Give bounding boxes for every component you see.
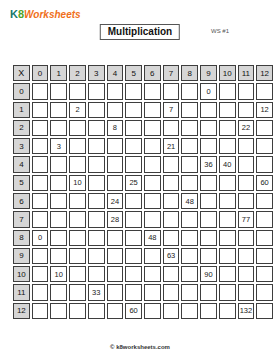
col-header-3: 3 xyxy=(88,65,105,81)
grid-cell-r2-c3 xyxy=(88,120,105,136)
grid-cell-r3-c5 xyxy=(125,138,142,154)
grid-cell-r0-c12 xyxy=(256,83,273,99)
grid-cell-r7-c11: 77 xyxy=(238,211,255,227)
grid-cell-r3-c4 xyxy=(107,138,124,154)
grid-cell-r12-c10 xyxy=(219,303,236,319)
grid-cell-r5-c12: 60 xyxy=(256,175,273,191)
grid-cell-r8-c0: 0 xyxy=(32,230,49,246)
grid-cell-r12-c7 xyxy=(163,303,180,319)
logo-worksheets-text: Worksheets xyxy=(24,9,81,20)
grid-cell-r12-c4 xyxy=(107,303,124,319)
grid-cell-r9-c10 xyxy=(219,248,236,264)
grid-cell-r4-c5 xyxy=(125,156,142,172)
grid-cell-r7-c0 xyxy=(32,211,49,227)
grid-cell-r5-c3 xyxy=(88,175,105,191)
grid-cell-r2-c9 xyxy=(200,120,217,136)
row-header-4: 4 xyxy=(13,156,30,172)
grid-cell-r2-c6 xyxy=(144,120,161,136)
grid-cell-r1-c12: 12 xyxy=(256,102,273,118)
grid-cell-r0-c0 xyxy=(32,83,49,99)
grid-cell-r7-c12 xyxy=(256,211,273,227)
col-header-11: 11 xyxy=(238,65,255,81)
grid-cell-r2-c11: 22 xyxy=(238,120,255,136)
grid-cell-r1-c4 xyxy=(107,102,124,118)
grid-cell-r11-c6 xyxy=(144,284,161,300)
col-header-9: 9 xyxy=(200,65,217,81)
grid-cell-r3-c2 xyxy=(69,138,86,154)
grid-cell-r1-c3 xyxy=(88,102,105,118)
grid-cell-r2-c7 xyxy=(163,120,180,136)
grid-cell-r0-c3 xyxy=(88,83,105,99)
grid-cell-r8-c4 xyxy=(107,230,124,246)
grid-cell-r10-c4 xyxy=(107,266,124,282)
grid-cell-r9-c3 xyxy=(88,248,105,264)
grid-cell-r6-c0 xyxy=(32,193,49,209)
grid-cell-r3-c12 xyxy=(256,138,273,154)
grid-cell-r8-c12 xyxy=(256,230,273,246)
grid-cell-r7-c1 xyxy=(50,211,67,227)
grid-cell-r7-c4: 28 xyxy=(107,211,124,227)
grid-cell-r3-c1: 3 xyxy=(50,138,67,154)
logo-letter-k: K xyxy=(10,8,18,20)
grid-cell-r2-c10 xyxy=(219,120,236,136)
col-header-7: 7 xyxy=(163,65,180,81)
grid-cell-r4-c4 xyxy=(107,156,124,172)
row-header-2: 2 xyxy=(13,120,30,136)
grid-cell-r5-c9 xyxy=(200,175,217,191)
grid-cell-r3-c8 xyxy=(181,138,198,154)
grid-cell-r6-c2 xyxy=(69,193,86,209)
worksheet-title: Multiplication xyxy=(100,24,180,40)
grid-cell-r9-c0 xyxy=(32,248,49,264)
col-header-6: 6 xyxy=(144,65,161,81)
row-header-11: 11 xyxy=(13,284,30,300)
col-header-12: 12 xyxy=(256,65,273,81)
grid-cell-r9-c5 xyxy=(125,248,142,264)
grid-cell-r11-c3: 33 xyxy=(88,284,105,300)
col-header-4: 4 xyxy=(107,65,124,81)
grid-cell-r9-c12 xyxy=(256,248,273,264)
grid-cell-r4-c11 xyxy=(238,156,255,172)
grid-cell-r11-c9 xyxy=(200,284,217,300)
grid-cell-r5-c11 xyxy=(238,175,255,191)
grid-cell-r1-c8 xyxy=(181,102,198,118)
grid-cell-r1-c7: 7 xyxy=(163,102,180,118)
grid-cell-r2-c5 xyxy=(125,120,142,136)
grid-cell-r12-c3 xyxy=(88,303,105,319)
grid-cell-r5-c6 xyxy=(144,175,161,191)
grid-cell-r7-c2 xyxy=(69,211,86,227)
row-header-0: 0 xyxy=(13,83,30,99)
row-header-7: 7 xyxy=(13,211,30,227)
grid-cell-r10-c7 xyxy=(163,266,180,282)
grid-cell-r12-c12 xyxy=(256,303,273,319)
grid-cell-r6-c7 xyxy=(163,193,180,209)
grid-cell-r11-c1 xyxy=(50,284,67,300)
grid-cell-r10-c2 xyxy=(69,266,86,282)
grid-cell-r7-c8 xyxy=(181,211,198,227)
grid-cell-r4-c7 xyxy=(163,156,180,172)
grid-cell-r11-c11 xyxy=(238,284,255,300)
col-header-10: 10 xyxy=(219,65,236,81)
col-header-8: 8 xyxy=(181,65,198,81)
grid-cell-r11-c10 xyxy=(219,284,236,300)
grid-cell-r9-c2 xyxy=(69,248,86,264)
grid-cell-r9-c8 xyxy=(181,248,198,264)
grid-cell-r10-c11 xyxy=(238,266,255,282)
grid-cell-r4-c9: 36 xyxy=(200,156,217,172)
grid-cell-r12-c9 xyxy=(200,303,217,319)
grid-cell-r0-c6 xyxy=(144,83,161,99)
grid-cell-r12-c5: 60 xyxy=(125,303,142,319)
grid-cell-r6-c12 xyxy=(256,193,273,209)
row-header-10: 10 xyxy=(13,266,30,282)
grid-cell-r6-c3 xyxy=(88,193,105,209)
col-header-1: 1 xyxy=(50,65,67,81)
grid-cell-r4-c8 xyxy=(181,156,198,172)
grid-cell-r0-c9: 0 xyxy=(200,83,217,99)
grid-cell-r5-c2: 10 xyxy=(69,175,86,191)
grid-cell-r5-c7 xyxy=(163,175,180,191)
grid-cell-r1-c6 xyxy=(144,102,161,118)
grid-cell-r11-c5 xyxy=(125,284,142,300)
grid-cell-r4-c10: 40 xyxy=(219,156,236,172)
grid-cell-r6-c6 xyxy=(144,193,161,209)
grid-cell-r3-c11 xyxy=(238,138,255,154)
row-header-6: 6 xyxy=(13,193,30,209)
grid-cell-r7-c6 xyxy=(144,211,161,227)
grid-cell-r12-c6 xyxy=(144,303,161,319)
grid-cell-r7-c3 xyxy=(88,211,105,227)
grid-cell-r8-c2 xyxy=(69,230,86,246)
grid-cell-r3-c9 xyxy=(200,138,217,154)
grid-cell-r6-c10 xyxy=(219,193,236,209)
grid-cell-r0-c4 xyxy=(107,83,124,99)
row-header-8: 8 xyxy=(13,230,30,246)
grid-cell-r10-c10 xyxy=(219,266,236,282)
grid-cell-r10-c5 xyxy=(125,266,142,282)
grid-cell-r8-c7 xyxy=(163,230,180,246)
grid-cell-r11-c8 xyxy=(181,284,198,300)
grid-cell-r9-c9 xyxy=(200,248,217,264)
grid-cell-r1-c5 xyxy=(125,102,142,118)
grid-cell-r3-c7: 21 xyxy=(163,138,180,154)
grid-cell-r3-c3 xyxy=(88,138,105,154)
grid-cell-r12-c1 xyxy=(50,303,67,319)
grid-cell-r11-c12 xyxy=(256,284,273,300)
grid-corner-x: X xyxy=(13,65,30,81)
grid-cell-r10-c3 xyxy=(88,266,105,282)
worksheet-number-label: WS #1 xyxy=(211,28,229,34)
grid-cell-r5-c10 xyxy=(219,175,236,191)
grid-cell-r0-c11 xyxy=(238,83,255,99)
grid-cell-r6-c5 xyxy=(125,193,142,209)
grid-cell-r1-c2: 2 xyxy=(69,102,86,118)
grid-cell-r2-c0 xyxy=(32,120,49,136)
grid-cell-r4-c6 xyxy=(144,156,161,172)
grid-cell-r9-c1 xyxy=(50,248,67,264)
grid-cell-r5-c1 xyxy=(50,175,67,191)
grid-cell-r9-c6 xyxy=(144,248,161,264)
row-header-9: 9 xyxy=(13,248,30,264)
grid-cell-r8-c5 xyxy=(125,230,142,246)
grid-cell-r8-c8 xyxy=(181,230,198,246)
grid-cell-r0-c10 xyxy=(219,83,236,99)
grid-cell-r1-c9 xyxy=(200,102,217,118)
grid-cell-r1-c1 xyxy=(50,102,67,118)
grid-cell-r8-c9 xyxy=(200,230,217,246)
grid-cell-r6-c1 xyxy=(50,193,67,209)
grid-cell-r10-c12 xyxy=(256,266,273,282)
col-header-0: 0 xyxy=(32,65,49,81)
row-header-12: 12 xyxy=(13,303,30,319)
grid-cell-r5-c0 xyxy=(32,175,49,191)
grid-cell-r1-c10 xyxy=(219,102,236,118)
grid-cell-r9-c4 xyxy=(107,248,124,264)
grid-cell-r3-c6 xyxy=(144,138,161,154)
grid-cell-r10-c1: 10 xyxy=(50,266,67,282)
grid-cell-r0-c2 xyxy=(69,83,86,99)
grid-cell-r3-c10 xyxy=(219,138,236,154)
grid-cell-r7-c7 xyxy=(163,211,180,227)
grid-cell-r6-c11 xyxy=(238,193,255,209)
grid-cell-r5-c5: 25 xyxy=(125,175,142,191)
grid-cell-r2-c4: 8 xyxy=(107,120,124,136)
grid-cell-r8-c11 xyxy=(238,230,255,246)
grid-cell-r1-c0 xyxy=(32,102,49,118)
grid-cell-r12-c8 xyxy=(181,303,198,319)
grid-cell-r9-c11 xyxy=(238,248,255,264)
grid-cell-r10-c0 xyxy=(32,266,49,282)
grid-cell-r4-c3 xyxy=(88,156,105,172)
grid-cell-r4-c0 xyxy=(32,156,49,172)
worksheet-page: K8Worksheets Multiplication WS #1 X01234… xyxy=(0,0,280,360)
grid-cell-r11-c4 xyxy=(107,284,124,300)
row-header-1: 1 xyxy=(13,102,30,118)
grid-cell-r0-c8 xyxy=(181,83,198,99)
grid-cell-r12-c11: 132 xyxy=(238,303,255,319)
grid-cell-r0-c5 xyxy=(125,83,142,99)
grid-cell-r2-c12 xyxy=(256,120,273,136)
grid-cell-r12-c2 xyxy=(69,303,86,319)
grid-cell-r8-c1 xyxy=(50,230,67,246)
copyright-text: © k8worksheets.com xyxy=(0,344,280,350)
grid-cell-r6-c9 xyxy=(200,193,217,209)
col-header-5: 5 xyxy=(125,65,142,81)
grid-cell-r12-c0 xyxy=(32,303,49,319)
grid-cell-r0-c1 xyxy=(50,83,67,99)
grid-cell-r8-c3 xyxy=(88,230,105,246)
grid-cell-r4-c1 xyxy=(50,156,67,172)
grid-cell-r1-c11 xyxy=(238,102,255,118)
grid-cell-r3-c0 xyxy=(32,138,49,154)
grid-cell-r5-c4 xyxy=(107,175,124,191)
grid-cell-r2-c8 xyxy=(181,120,198,136)
grid-cell-r4-c12 xyxy=(256,156,273,172)
grid-cell-r6-c8: 48 xyxy=(181,193,198,209)
grid-cell-r5-c8 xyxy=(181,175,198,191)
row-header-5: 5 xyxy=(13,175,30,191)
grid-cell-r11-c2 xyxy=(69,284,86,300)
row-header-3: 3 xyxy=(13,138,30,154)
k8worksheets-logo: K8Worksheets xyxy=(10,8,81,20)
grid-cell-r4-c2 xyxy=(69,156,86,172)
grid-cell-r7-c9 xyxy=(200,211,217,227)
grid-cell-r7-c10 xyxy=(219,211,236,227)
grid-cell-r10-c6 xyxy=(144,266,161,282)
grid-cell-r8-c6: 48 xyxy=(144,230,161,246)
grid-cell-r10-c8 xyxy=(181,266,198,282)
grid-cell-r11-c7 xyxy=(163,284,180,300)
grid-cell-r11-c0 xyxy=(32,284,49,300)
multiplication-grid: X012345678910111200127122822332143640510… xyxy=(13,65,273,319)
grid-cell-r9-c7: 63 xyxy=(163,248,180,264)
grid-cell-r6-c4: 24 xyxy=(107,193,124,209)
grid-cell-r10-c9: 90 xyxy=(200,266,217,282)
grid-cell-r7-c5 xyxy=(125,211,142,227)
grid-cell-r2-c2 xyxy=(69,120,86,136)
grid-cell-r2-c1 xyxy=(50,120,67,136)
grid-cell-r0-c7 xyxy=(163,83,180,99)
col-header-2: 2 xyxy=(69,65,86,81)
grid-cell-r8-c10 xyxy=(219,230,236,246)
